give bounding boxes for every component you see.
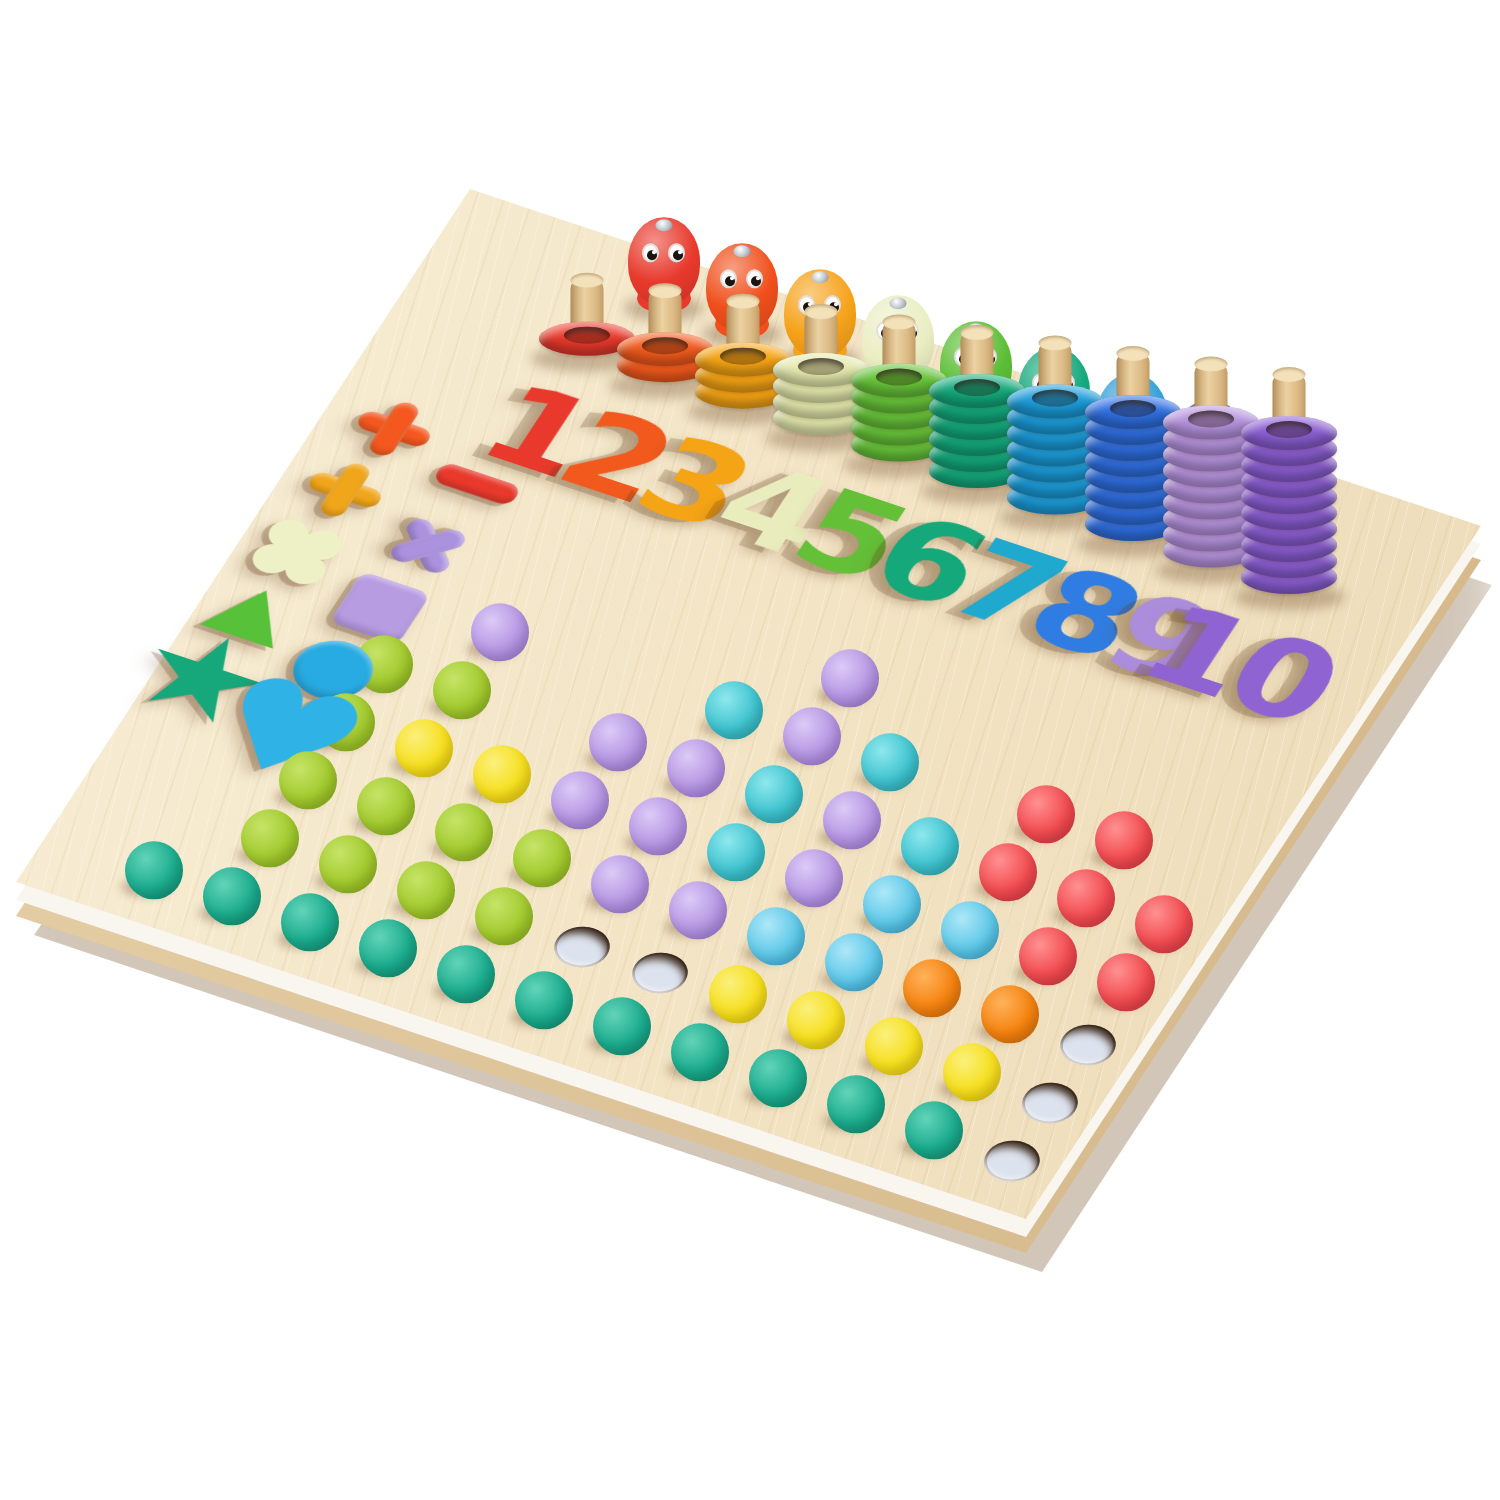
bead-teal[interactable] bbox=[515, 971, 573, 1029]
shape-plus-sign-red[interactable] bbox=[341, 390, 448, 467]
bead-lime-green[interactable] bbox=[397, 861, 455, 919]
bead-lime-green[interactable] bbox=[241, 809, 299, 867]
ring-hole bbox=[720, 347, 766, 364]
bead-sky-blue[interactable] bbox=[863, 875, 921, 933]
hole bbox=[891, 682, 965, 736]
bead-lavender[interactable] bbox=[785, 849, 843, 907]
square-face bbox=[329, 571, 431, 645]
bead-yellow[interactable] bbox=[787, 991, 845, 1049]
bead-lavender[interactable] bbox=[551, 771, 609, 829]
ring-hole bbox=[642, 337, 688, 354]
bead-lavender[interactable] bbox=[471, 603, 529, 661]
bead-orange[interactable] bbox=[903, 959, 961, 1017]
bead-turquoise[interactable] bbox=[707, 823, 765, 881]
bead-teal[interactable] bbox=[827, 1075, 885, 1133]
bead-lime-green[interactable] bbox=[475, 887, 533, 945]
shape-plus-sign-gold[interactable] bbox=[291, 451, 398, 528]
hole bbox=[657, 604, 731, 658]
ring-hole bbox=[1266, 421, 1312, 438]
shape-clover-cream[interactable] bbox=[246, 515, 348, 589]
ring[interactable] bbox=[1241, 416, 1337, 450]
hole bbox=[545, 920, 619, 974]
bead-lavender[interactable] bbox=[821, 649, 879, 707]
hole bbox=[975, 1134, 1049, 1188]
bead-lavender[interactable] bbox=[667, 739, 725, 797]
bead-yellow[interactable] bbox=[709, 965, 767, 1023]
bead-orange[interactable] bbox=[981, 985, 1039, 1043]
bead-teal[interactable] bbox=[359, 919, 417, 977]
bead-sky-blue[interactable] bbox=[747, 907, 805, 965]
hole bbox=[501, 552, 575, 606]
bead-lavender[interactable] bbox=[589, 713, 647, 771]
bead-red[interactable] bbox=[1019, 927, 1077, 985]
bead-red[interactable] bbox=[1095, 811, 1153, 869]
bead-yellow[interactable] bbox=[865, 1017, 923, 1075]
bead-teal[interactable] bbox=[671, 1023, 729, 1081]
hole bbox=[1165, 844, 1239, 898]
hole bbox=[39, 822, 113, 876]
hole bbox=[623, 946, 697, 1000]
hole bbox=[931, 766, 1005, 820]
bead-turquoise[interactable] bbox=[901, 817, 959, 875]
hole bbox=[1047, 734, 1121, 788]
bead-teal[interactable] bbox=[281, 893, 339, 951]
bead-yellow[interactable] bbox=[473, 745, 531, 803]
bead-red[interactable] bbox=[1135, 895, 1193, 953]
ring-hole bbox=[1188, 410, 1234, 427]
bead-lavender[interactable] bbox=[669, 881, 727, 939]
bead-red[interactable] bbox=[1057, 869, 1115, 927]
hole bbox=[1125, 760, 1199, 814]
ring-hole bbox=[1032, 389, 1078, 406]
hole bbox=[503, 694, 577, 748]
shape-multiply-sign-lilac[interactable] bbox=[378, 508, 479, 583]
bead-lime-green[interactable] bbox=[357, 777, 415, 835]
bead-lime-green[interactable] bbox=[279, 751, 337, 809]
hole bbox=[735, 630, 809, 684]
ring-hole bbox=[1110, 400, 1156, 417]
bead-sky-blue[interactable] bbox=[941, 901, 999, 959]
ring-hole bbox=[564, 326, 610, 343]
bead-lavender[interactable] bbox=[823, 791, 881, 849]
ring-hole bbox=[876, 368, 922, 385]
bead-lavender[interactable] bbox=[629, 797, 687, 855]
bead-teal[interactable] bbox=[125, 841, 183, 899]
hole bbox=[1013, 1076, 1087, 1130]
bead-teal[interactable] bbox=[905, 1101, 963, 1159]
hole bbox=[579, 578, 653, 632]
hole bbox=[1203, 786, 1277, 840]
bead-yellow[interactable] bbox=[943, 1043, 1001, 1101]
bead-red[interactable] bbox=[1017, 785, 1075, 843]
bead-lavender[interactable] bbox=[783, 707, 841, 765]
bead-lavender[interactable] bbox=[591, 855, 649, 913]
bead-teal[interactable] bbox=[203, 867, 261, 925]
hole bbox=[541, 636, 615, 690]
pieces-layer: 12345678910★♥ bbox=[0, 0, 1500, 1500]
bead-red[interactable] bbox=[979, 843, 1037, 901]
bead-lime-green[interactable] bbox=[513, 829, 571, 887]
bead-lime-green[interactable] bbox=[319, 835, 377, 893]
hole bbox=[1051, 1018, 1125, 1072]
bead-teal[interactable] bbox=[593, 997, 651, 1055]
bead-teal[interactable] bbox=[437, 945, 495, 1003]
bead-turquoise[interactable] bbox=[861, 733, 919, 791]
shape-square-lilac[interactable] bbox=[329, 571, 431, 645]
ring-hole bbox=[954, 379, 1000, 396]
bead-red[interactable] bbox=[1097, 953, 1155, 1011]
bead-lime-green[interactable] bbox=[433, 661, 491, 719]
hole bbox=[969, 708, 1043, 762]
hole bbox=[619, 662, 693, 716]
bead-lime-green[interactable] bbox=[435, 803, 493, 861]
bead-sky-blue[interactable] bbox=[825, 933, 883, 991]
ring-hole bbox=[798, 358, 844, 375]
ring-stack-10[interactable] bbox=[1237, 302, 1341, 602]
bead-turquoise[interactable] bbox=[705, 681, 763, 739]
bead-yellow[interactable] bbox=[395, 719, 453, 777]
bead-teal[interactable] bbox=[749, 1049, 807, 1107]
toy-board-photo: 12345678910★♥ bbox=[0, 0, 1500, 1500]
bead-turquoise[interactable] bbox=[745, 765, 803, 823]
